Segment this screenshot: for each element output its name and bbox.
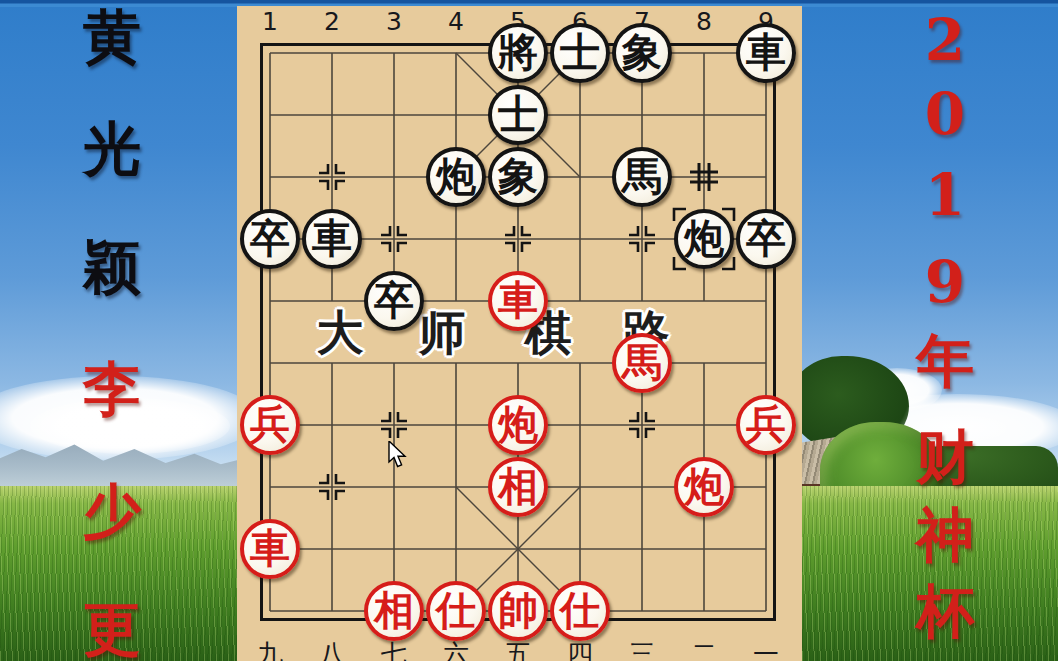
river-text-char: 师: [419, 302, 466, 365]
piece-glyph: 帥: [498, 590, 538, 630]
file-label-bottom-7: 三: [629, 637, 655, 661]
piece-glyph: 兵: [250, 404, 290, 444]
piece-black-soldier[interactable]: 卒: [364, 271, 424, 331]
river-text-char: 大: [317, 302, 364, 365]
event-caption-char: 财: [916, 419, 974, 497]
file-label-bottom-2: 八: [319, 637, 345, 661]
file-label-bottom-8: 二: [691, 637, 717, 661]
event-caption-char: 神: [916, 497, 974, 575]
piece-glyph: 象: [622, 32, 662, 72]
point-marker: [646, 412, 655, 421]
piece-glyph: 象: [498, 156, 538, 196]
point-marker: [646, 243, 655, 252]
point-marker: [336, 491, 345, 500]
event-caption-char: 1: [925, 161, 965, 229]
point-marker: [522, 243, 531, 252]
file-label-top-3: 3: [386, 7, 402, 36]
piece-black-elephant[interactable]: 象: [488, 147, 548, 207]
piece-glyph: 兵: [746, 404, 786, 444]
point-marker: [381, 412, 390, 421]
piece-black-horse[interactable]: 馬: [612, 147, 672, 207]
piece-black-cannon[interactable]: 炮: [674, 209, 734, 269]
piece-red-advisor[interactable]: 仕: [426, 581, 486, 641]
piece-red-horse[interactable]: 馬: [612, 333, 672, 393]
point-marker: [319, 491, 328, 500]
player-name-char-red: 李: [83, 351, 141, 429]
point-marker: [522, 226, 531, 235]
event-caption-char: 杯: [916, 573, 974, 651]
event-caption-char: 年: [916, 323, 974, 401]
point-marker: [381, 226, 390, 235]
piece-glyph: 炮: [436, 156, 476, 196]
piece-glyph: 仕: [436, 590, 476, 630]
point-marker: [629, 412, 638, 421]
piece-glyph: 炮: [684, 466, 724, 506]
point-marker: [381, 243, 390, 252]
piece-red-chariot[interactable]: 車: [240, 519, 300, 579]
point-marker: [336, 474, 345, 483]
player-name-char-black: 黄: [83, 0, 141, 77]
point-marker: [319, 181, 328, 190]
event-caption-char: 9: [925, 248, 965, 316]
piece-black-advisor[interactable]: 士: [488, 85, 548, 145]
piece-black-soldier[interactable]: 卒: [240, 209, 300, 269]
point-marker: [398, 226, 407, 235]
piece-red-soldier[interactable]: 兵: [240, 395, 300, 455]
piece-glyph: 相: [498, 466, 538, 506]
player-name-char-red: 少: [83, 473, 141, 551]
piece-glyph: 卒: [250, 218, 290, 258]
point-marker: [319, 474, 328, 483]
point-marker: [398, 429, 407, 438]
point-marker: [336, 181, 345, 190]
file-label-top-8: 8: [696, 7, 712, 36]
piece-glyph: 士: [560, 32, 600, 72]
piece-red-soldier[interactable]: 兵: [736, 395, 796, 455]
point-marker: [336, 164, 345, 173]
event-caption-char: 0: [925, 80, 965, 148]
piece-black-chariot[interactable]: 車: [302, 209, 362, 269]
file-label-top-4: 4: [448, 7, 464, 36]
point-marker: [629, 243, 638, 252]
piece-glyph: 卒: [746, 218, 786, 258]
player-name-char-red: 更: [83, 591, 141, 661]
piece-black-elephant[interactable]: 象: [612, 23, 672, 83]
piece-glyph: 車: [498, 280, 538, 320]
point-marker: [629, 226, 638, 235]
piece-glyph: 車: [312, 218, 352, 258]
point-marker: [319, 164, 328, 173]
player-name-char-black: 光: [83, 111, 141, 189]
file-label-bottom-9: 一: [753, 637, 779, 661]
piece-glyph: 車: [250, 528, 290, 568]
piece-black-advisor[interactable]: 士: [550, 23, 610, 83]
piece-red-cannon[interactable]: 炮: [488, 395, 548, 455]
piece-glyph: 將: [498, 32, 538, 72]
point-marker: [646, 429, 655, 438]
event-caption-char: 2: [925, 6, 965, 74]
xiangqi-board[interactable]: 123456789 九八七六五四三二一 大师棋路 將士象車士炮象馬卒車炮卒卒車馬…: [237, 6, 802, 661]
point-marker: [398, 412, 407, 421]
piece-glyph: 車: [746, 32, 786, 72]
piece-red-elephant[interactable]: 相: [364, 581, 424, 641]
piece-red-cannon[interactable]: 炮: [674, 457, 734, 517]
piece-glyph: 仕: [560, 590, 600, 630]
app-canvas: 123456789 九八七六五四三二一 大师棋路 將士象車士炮象馬卒車炮卒卒車馬…: [0, 0, 1058, 661]
player-name-char-black: 颖: [83, 229, 141, 307]
file-label-top-2: 2: [324, 7, 340, 36]
piece-glyph: 相: [374, 590, 414, 630]
point-marker: [629, 429, 638, 438]
piece-glyph: 炮: [498, 404, 538, 444]
piece-glyph: 士: [498, 94, 538, 134]
point-marker: [381, 429, 390, 438]
piece-red-general[interactable]: 帥: [488, 581, 548, 641]
piece-black-general[interactable]: 將: [488, 23, 548, 83]
point-marker: [505, 226, 514, 235]
point-marker: [505, 243, 514, 252]
piece-black-chariot[interactable]: 車: [736, 23, 796, 83]
piece-glyph: 炮: [684, 218, 724, 258]
piece-red-elephant[interactable]: 相: [488, 457, 548, 517]
piece-red-chariot[interactable]: 車: [488, 271, 548, 331]
point-marker: [398, 243, 407, 252]
mouse-cursor: [388, 441, 410, 471]
file-label-bottom-1: 九: [257, 637, 283, 661]
point-marker: [646, 226, 655, 235]
piece-black-soldier[interactable]: 卒: [736, 209, 796, 269]
piece-glyph: 卒: [374, 280, 414, 320]
piece-red-advisor[interactable]: 仕: [550, 581, 610, 641]
piece-glyph: 馬: [622, 156, 662, 196]
piece-black-cannon[interactable]: 炮: [426, 147, 486, 207]
file-label-top-1: 1: [262, 7, 278, 36]
piece-glyph: 馬: [622, 342, 662, 382]
